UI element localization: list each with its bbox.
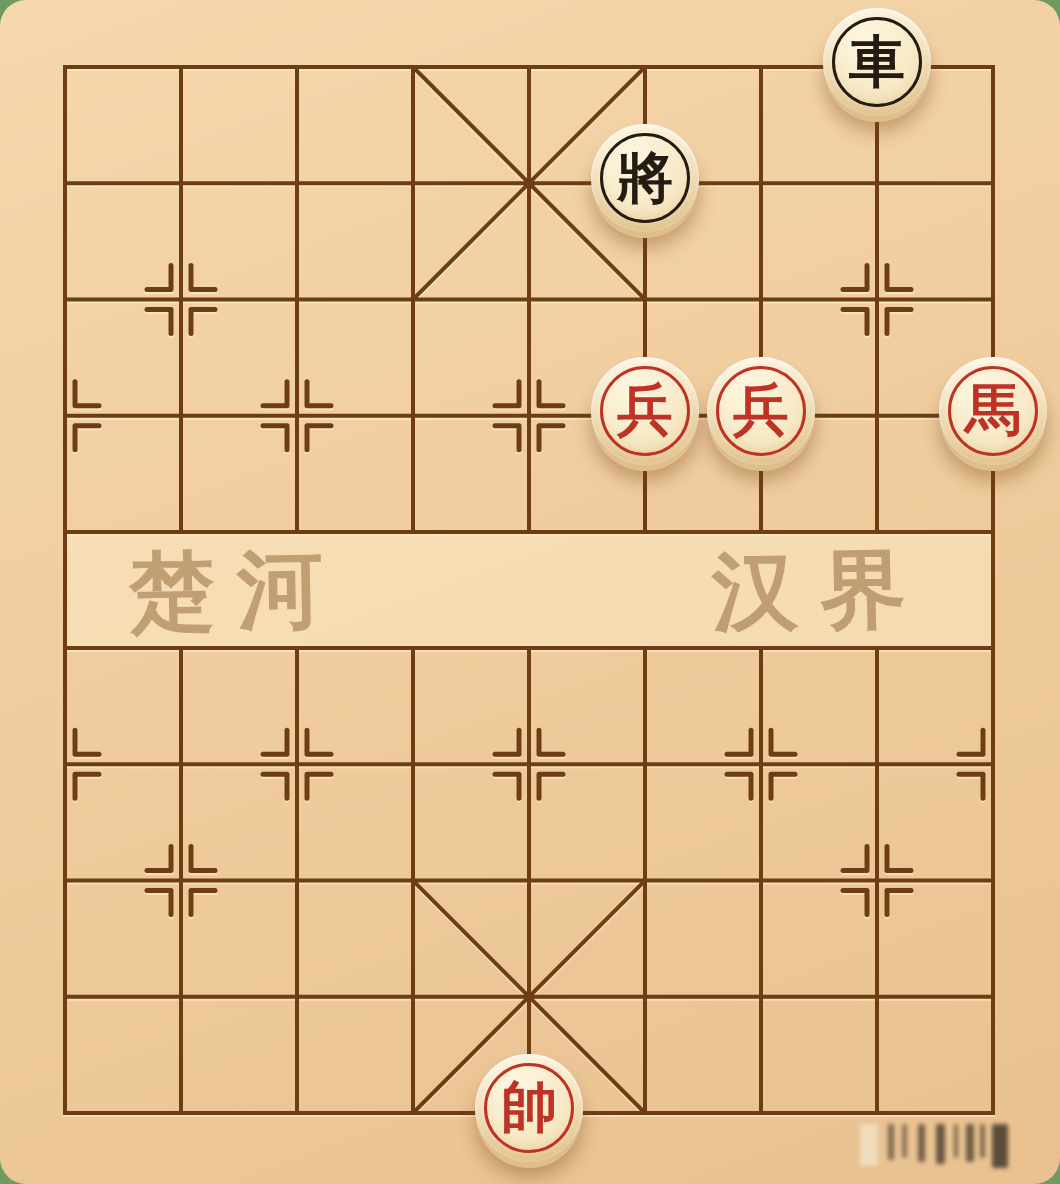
piece-glyph: 兵 (733, 381, 789, 440)
xiangqi-board: 楚河 汉界 車將兵兵馬帥 (0, 0, 1060, 1184)
piece-red-general[interactable]: 帥 (475, 1054, 583, 1162)
piece-red-soldier-2[interactable]: 兵 (707, 357, 815, 465)
piece-black-chariot[interactable]: 車 (823, 8, 931, 116)
piece-glyph: 馬 (965, 381, 1021, 440)
watermark (860, 1120, 1020, 1166)
piece-red-horse[interactable]: 馬 (939, 357, 1047, 465)
piece-grid: 車將兵兵馬帥 (7, 9, 1051, 1171)
piece-glyph: 兵 (617, 381, 673, 440)
piece-glyph: 帥 (501, 1078, 557, 1137)
piece-red-soldier-1[interactable]: 兵 (591, 357, 699, 465)
piece-glyph: 車 (849, 33, 905, 92)
piece-black-general[interactable]: 將 (591, 124, 699, 232)
piece-glyph: 將 (617, 149, 673, 208)
